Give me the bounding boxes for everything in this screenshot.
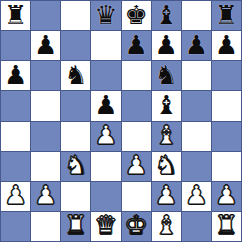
black-bishop: ♝ [155,2,178,28]
square-a7[interactable] [1,31,30,60]
square-g6[interactable] [182,61,211,90]
black-queen: ♛ [94,2,117,28]
square-c5[interactable] [61,91,90,120]
white-bishop: ♝ [155,122,178,148]
board-container: ♜♛♚♝♜♟♟♟♟♟♟♞♞♟♝♟♝♞♟♞♟♟♟♟♟♜♛♚♝♜ [0,0,242,242]
white-pawn: ♟ [124,152,147,178]
square-g4[interactable] [182,122,211,151]
black-pawn: ♟ [215,32,238,58]
square-h3[interactable] [212,152,241,181]
square-c4[interactable] [61,122,90,151]
square-h7[interactable]: ♟ [212,31,241,60]
square-c7[interactable] [61,31,90,60]
square-a5[interactable] [1,91,30,120]
square-g2[interactable]: ♟ [182,182,211,211]
white-pawn: ♟ [34,182,57,208]
square-a3[interactable] [1,152,30,181]
white-rook: ♜ [215,212,238,238]
chess-board: ♜♛♚♝♜♟♟♟♟♟♟♞♞♟♝♟♝♞♟♞♟♟♟♟♟♜♛♚♝♜ [0,0,242,242]
square-e5[interactable] [122,91,151,120]
square-e8[interactable]: ♚ [122,1,151,30]
square-a1[interactable] [1,212,30,241]
black-pawn: ♟ [34,32,57,58]
square-d7[interactable] [91,31,120,60]
square-g5[interactable] [182,91,211,120]
square-b6[interactable] [31,61,60,90]
square-e1[interactable]: ♚ [122,212,151,241]
square-f5[interactable]: ♝ [152,91,181,120]
square-d3[interactable] [91,152,120,181]
black-pawn: ♟ [124,32,147,58]
square-e6[interactable] [122,61,151,90]
black-king: ♚ [124,2,147,28]
black-pawn: ♟ [4,62,27,88]
square-g1[interactable] [182,212,211,241]
square-e3[interactable]: ♟ [122,152,151,181]
square-b4[interactable] [31,122,60,151]
black-pawn: ♟ [185,32,208,58]
white-bishop: ♝ [155,212,178,238]
square-d6[interactable] [91,61,120,90]
square-g3[interactable] [182,152,211,181]
square-a2[interactable]: ♟ [1,182,30,211]
square-f1[interactable]: ♝ [152,212,181,241]
white-queen: ♛ [94,212,117,238]
white-knight: ♞ [64,152,87,178]
square-d2[interactable] [91,182,120,211]
square-a6[interactable]: ♟ [1,61,30,90]
square-b7[interactable]: ♟ [31,31,60,60]
square-f8[interactable]: ♝ [152,1,181,30]
square-g7[interactable]: ♟ [182,31,211,60]
white-pawn: ♟ [185,182,208,208]
square-b1[interactable] [31,212,60,241]
black-knight: ♞ [155,62,178,88]
square-f3[interactable]: ♞ [152,152,181,181]
square-b8[interactable] [31,1,60,30]
white-pawn: ♟ [215,182,238,208]
white-pawn: ♟ [4,182,27,208]
square-b5[interactable] [31,91,60,120]
square-e4[interactable] [122,122,151,151]
white-pawn: ♟ [94,122,117,148]
square-e7[interactable]: ♟ [122,31,151,60]
white-knight: ♞ [155,152,178,178]
black-knight: ♞ [64,62,87,88]
square-f7[interactable]: ♟ [152,31,181,60]
square-c3[interactable]: ♞ [61,152,90,181]
square-f6[interactable]: ♞ [152,61,181,90]
square-h4[interactable] [212,122,241,151]
square-h2[interactable]: ♟ [212,182,241,211]
white-rook: ♜ [64,212,87,238]
black-pawn: ♟ [94,92,117,118]
square-d1[interactable]: ♛ [91,212,120,241]
square-d8[interactable]: ♛ [91,1,120,30]
black-rook: ♜ [215,2,238,28]
square-c2[interactable] [61,182,90,211]
white-king: ♚ [124,212,147,238]
square-h5[interactable] [212,91,241,120]
square-b3[interactable] [31,152,60,181]
square-c8[interactable] [61,1,90,30]
square-h8[interactable]: ♜ [212,1,241,30]
square-b2[interactable]: ♟ [31,182,60,211]
black-bishop: ♝ [155,92,178,118]
square-g8[interactable] [182,1,211,30]
white-pawn: ♟ [155,182,178,208]
square-h6[interactable] [212,61,241,90]
square-d4[interactable]: ♟ [91,122,120,151]
square-c6[interactable]: ♞ [61,61,90,90]
square-e2[interactable] [122,182,151,211]
square-h1[interactable]: ♜ [212,212,241,241]
black-rook: ♜ [4,2,27,28]
square-f4[interactable]: ♝ [152,122,181,151]
square-c1[interactable]: ♜ [61,212,90,241]
square-a4[interactable] [1,122,30,151]
square-f2[interactable]: ♟ [152,182,181,211]
square-a8[interactable]: ♜ [1,1,30,30]
square-d5[interactable]: ♟ [91,91,120,120]
black-pawn: ♟ [155,32,178,58]
